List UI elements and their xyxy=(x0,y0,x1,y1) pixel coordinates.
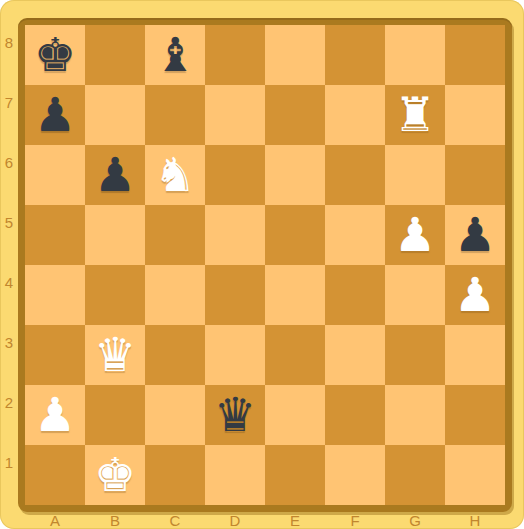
file-label-g: G xyxy=(385,512,445,529)
square-a3[interactable] xyxy=(25,325,85,385)
square-h8[interactable] xyxy=(445,25,505,85)
square-h3[interactable] xyxy=(445,325,505,385)
square-a6[interactable] xyxy=(25,145,85,205)
file-label-f: F xyxy=(325,512,385,529)
file-label-e: E xyxy=(265,512,325,529)
square-d4[interactable] xyxy=(205,265,265,325)
rank-label-1: 1 xyxy=(0,432,18,492)
square-a4[interactable] xyxy=(25,265,85,325)
square-f4[interactable] xyxy=(325,265,385,325)
square-f1[interactable] xyxy=(325,445,385,505)
square-b1[interactable]: ♚ xyxy=(85,445,145,505)
black-pawn-piece[interactable]: ♟ xyxy=(94,151,136,198)
square-c7[interactable] xyxy=(145,85,205,145)
square-c5[interactable] xyxy=(145,205,205,265)
square-g2[interactable] xyxy=(385,385,445,445)
rank-label-3: 3 xyxy=(0,312,18,372)
square-a2[interactable]: ♟ xyxy=(25,385,85,445)
square-h4[interactable]: ♟ xyxy=(445,265,505,325)
square-e5[interactable] xyxy=(265,205,325,265)
square-g4[interactable] xyxy=(385,265,445,325)
rank-labels: 87654321 xyxy=(0,25,18,505)
rank-label-6: 6 xyxy=(0,132,18,192)
square-e8[interactable] xyxy=(265,25,325,85)
square-c6[interactable]: ♞ xyxy=(145,145,205,205)
square-a1[interactable] xyxy=(25,445,85,505)
white-rook-piece[interactable]: ♜ xyxy=(394,91,436,138)
square-b5[interactable] xyxy=(85,205,145,265)
square-c1[interactable] xyxy=(145,445,205,505)
square-f7[interactable] xyxy=(325,85,385,145)
file-labels: ABCDEFGH xyxy=(25,512,505,529)
square-e3[interactable] xyxy=(265,325,325,385)
square-e7[interactable] xyxy=(265,85,325,145)
square-h6[interactable] xyxy=(445,145,505,205)
square-f6[interactable] xyxy=(325,145,385,205)
square-h1[interactable] xyxy=(445,445,505,505)
square-c2[interactable] xyxy=(145,385,205,445)
square-g1[interactable] xyxy=(385,445,445,505)
file-label-h: H xyxy=(445,512,505,529)
square-b7[interactable] xyxy=(85,85,145,145)
rank-label-2: 2 xyxy=(0,372,18,432)
square-b2[interactable] xyxy=(85,385,145,445)
white-pawn-piece[interactable]: ♟ xyxy=(394,211,436,258)
square-d6[interactable] xyxy=(205,145,265,205)
file-label-d: D xyxy=(205,512,265,529)
chess-board-container: 87654321 ♚♝♟♜♟♞♟♟♟♛♟♛♚ ABCDEFGH xyxy=(0,0,524,529)
white-pawn-piece[interactable]: ♟ xyxy=(34,391,76,438)
square-e2[interactable] xyxy=(265,385,325,445)
square-b3[interactable]: ♛ xyxy=(85,325,145,385)
square-d8[interactable] xyxy=(205,25,265,85)
rank-label-4: 4 xyxy=(0,252,18,312)
square-b6[interactable]: ♟ xyxy=(85,145,145,205)
rank-label-7: 7 xyxy=(0,72,18,132)
square-c4[interactable] xyxy=(145,265,205,325)
square-h5[interactable]: ♟ xyxy=(445,205,505,265)
square-d5[interactable] xyxy=(205,205,265,265)
file-label-b: B xyxy=(85,512,145,529)
board-grid: ♚♝♟♜♟♞♟♟♟♛♟♛♚ xyxy=(25,25,505,505)
black-pawn-piece[interactable]: ♟ xyxy=(34,91,76,138)
white-king-piece[interactable]: ♚ xyxy=(94,451,136,498)
white-queen-piece[interactable]: ♛ xyxy=(94,331,136,378)
square-e6[interactable] xyxy=(265,145,325,205)
square-e1[interactable] xyxy=(265,445,325,505)
square-f5[interactable] xyxy=(325,205,385,265)
black-queen-piece[interactable]: ♛ xyxy=(214,391,256,438)
square-f3[interactable] xyxy=(325,325,385,385)
square-c8[interactable]: ♝ xyxy=(145,25,205,85)
square-g3[interactable] xyxy=(385,325,445,385)
square-a8[interactable]: ♚ xyxy=(25,25,85,85)
square-f2[interactable] xyxy=(325,385,385,445)
white-knight-piece[interactable]: ♞ xyxy=(154,151,196,198)
square-a5[interactable] xyxy=(25,205,85,265)
file-label-a: A xyxy=(25,512,85,529)
board-frame: ♚♝♟♜♟♞♟♟♟♛♟♛♚ xyxy=(18,18,512,512)
square-c3[interactable] xyxy=(145,325,205,385)
rank-label-8: 8 xyxy=(0,12,18,72)
square-b8[interactable] xyxy=(85,25,145,85)
square-h2[interactable] xyxy=(445,385,505,445)
square-d3[interactable] xyxy=(205,325,265,385)
square-b4[interactable] xyxy=(85,265,145,325)
square-d1[interactable] xyxy=(205,445,265,505)
square-h7[interactable] xyxy=(445,85,505,145)
square-d7[interactable] xyxy=(205,85,265,145)
black-king-piece[interactable]: ♚ xyxy=(34,31,76,78)
rank-label-5: 5 xyxy=(0,192,18,252)
square-d2[interactable]: ♛ xyxy=(205,385,265,445)
square-g5[interactable]: ♟ xyxy=(385,205,445,265)
square-g6[interactable] xyxy=(385,145,445,205)
white-pawn-piece[interactable]: ♟ xyxy=(454,271,496,318)
square-e4[interactable] xyxy=(265,265,325,325)
square-g8[interactable] xyxy=(385,25,445,85)
black-pawn-piece[interactable]: ♟ xyxy=(454,211,496,258)
file-label-c: C xyxy=(145,512,205,529)
square-a7[interactable]: ♟ xyxy=(25,85,85,145)
square-f8[interactable] xyxy=(325,25,385,85)
square-g7[interactable]: ♜ xyxy=(385,85,445,145)
black-bishop-piece[interactable]: ♝ xyxy=(154,31,196,78)
